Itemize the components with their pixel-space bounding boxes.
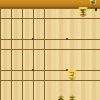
- shogi-app: 玉と金玉歩: [0, 0, 100, 100]
- piece-kanji: 玉: [69, 97, 75, 100]
- piece-kanji: 歩: [91, 0, 96, 4]
- piece-kanji: と: [69, 72, 75, 78]
- star-point-icon: [66, 69, 68, 71]
- shogi-board[interactable]: [0, 8, 100, 100]
- gote-hand-count-marker: [95, 8, 97, 11]
- piece-kanji: 金: [58, 97, 64, 100]
- star-point-icon: [32, 69, 34, 71]
- gote-hand-tray[interactable]: [0, 0, 100, 8]
- star-point-icon: [66, 38, 68, 40]
- star-point-icon: [32, 38, 34, 40]
- piece-kanji: 玉: [80, 9, 86, 15]
